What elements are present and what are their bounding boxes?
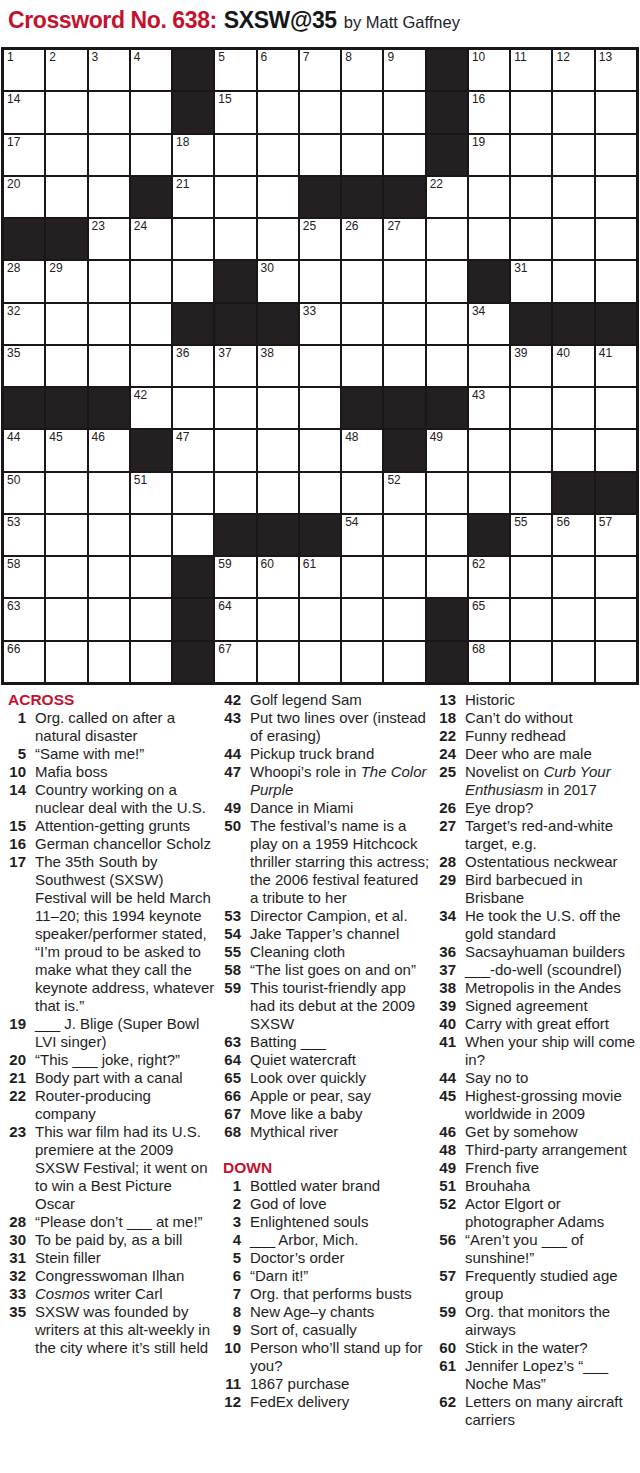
letter-cell[interactable]: 58 [4, 557, 44, 597]
letter-cell[interactable]: 50 [4, 473, 44, 513]
letter-cell[interactable]: 23 [89, 219, 129, 259]
clue-number: 18 [435, 709, 465, 727]
letter-cell[interactable] [511, 92, 551, 132]
letter-cell[interactable] [553, 388, 593, 428]
letter-cell[interactable] [469, 430, 509, 470]
cell-number: 37 [218, 347, 231, 360]
letter-cell[interactable] [469, 177, 509, 217]
letter-cell[interactable] [384, 135, 424, 175]
clue-number: 23 [5, 1123, 35, 1213]
letter-cell[interactable]: 28 [4, 261, 44, 301]
letter-cell[interactable] [384, 557, 424, 597]
clue-number: 6 [220, 1267, 250, 1285]
clue-number: 38 [435, 979, 465, 997]
letter-cell[interactable]: 45 [46, 430, 86, 470]
clue-text: FedEx delivery [250, 1393, 430, 1411]
letter-cell[interactable]: 33 [300, 304, 340, 344]
letter-cell[interactable] [511, 642, 551, 682]
letter-cell[interactable] [89, 473, 129, 513]
letter-cell[interactable] [89, 261, 129, 301]
cell-number: 33 [303, 305, 316, 318]
letter-cell[interactable]: 43 [469, 388, 509, 428]
letter-cell[interactable] [342, 473, 382, 513]
letter-cell[interactable]: 3 [89, 50, 129, 90]
black-cell [173, 50, 213, 90]
clue-number: 14 [5, 781, 35, 817]
title-byline: by Matt Gaffney [344, 13, 460, 32]
clue-number: 41 [435, 1033, 465, 1069]
letter-cell[interactable] [215, 177, 255, 217]
letter-cell[interactable] [511, 219, 551, 259]
letter-cell[interactable]: 4 [131, 50, 171, 90]
letter-cell[interactable] [46, 346, 86, 386]
across-clue: 16German chancellor Scholz [5, 835, 215, 853]
letter-cell[interactable] [215, 135, 255, 175]
title-series: Crossword No. 638: [8, 7, 217, 34]
letter-cell[interactable] [427, 219, 467, 259]
letter-cell[interactable] [469, 219, 509, 259]
letter-cell[interactable] [173, 473, 213, 513]
letter-cell[interactable]: 27 [384, 219, 424, 259]
letter-cell[interactable]: 1 [4, 50, 44, 90]
black-cell [427, 92, 467, 132]
letter-cell[interactable] [342, 599, 382, 639]
letter-cell[interactable] [511, 135, 551, 175]
black-cell [173, 92, 213, 132]
letter-cell[interactable] [553, 135, 593, 175]
letter-cell[interactable] [89, 304, 129, 344]
letter-cell[interactable] [300, 473, 340, 513]
across-clue: 14Country working on a nuclear deal with… [5, 781, 215, 817]
cell-number: 28 [7, 262, 20, 275]
letter-cell[interactable] [553, 177, 593, 217]
letter-cell[interactable] [46, 177, 86, 217]
letter-cell[interactable] [173, 515, 213, 555]
letter-cell[interactable] [131, 261, 171, 301]
letter-cell[interactable] [553, 92, 593, 132]
letter-cell[interactable]: 40 [553, 346, 593, 386]
letter-cell[interactable] [384, 346, 424, 386]
letter-cell[interactable]: 44 [4, 430, 44, 470]
letter-cell[interactable]: 39 [511, 346, 551, 386]
letter-cell[interactable]: 65 [469, 599, 509, 639]
cell-number: 47 [176, 431, 189, 444]
cell-number: 18 [176, 136, 189, 149]
letter-cell[interactable] [215, 430, 255, 470]
clue-number: 11 [220, 1375, 250, 1393]
clue-text: Highest-grossing movie worldwide in 2009 [465, 1087, 640, 1123]
cell-number: 23 [92, 220, 105, 233]
letter-cell[interactable]: 68 [469, 642, 509, 682]
clue-number: 3 [220, 1213, 250, 1231]
letter-cell[interactable] [89, 557, 129, 597]
letter-cell[interactable] [342, 304, 382, 344]
letter-cell[interactable] [384, 304, 424, 344]
letter-cell[interactable] [427, 346, 467, 386]
letter-cell[interactable] [131, 346, 171, 386]
cell-number: 54 [345, 516, 358, 529]
letter-cell[interactable] [427, 304, 467, 344]
letter-cell[interactable] [46, 599, 86, 639]
letter-cell[interactable]: 62 [469, 557, 509, 597]
across-clue: 20“This ___ joke, right?” [5, 1051, 215, 1069]
letter-cell[interactable] [553, 642, 593, 682]
clue-number: 64 [220, 1051, 250, 1069]
letter-cell[interactable] [173, 219, 213, 259]
letter-cell[interactable] [342, 642, 382, 682]
clue-text: ___ J. Blige (Super Bowl LVI singer) [35, 1015, 215, 1051]
down-clue: 1Bottled water brand [220, 1177, 430, 1195]
letter-cell[interactable] [46, 135, 86, 175]
cell-number: 48 [345, 431, 358, 444]
letter-cell[interactable]: 16 [469, 92, 509, 132]
letter-cell[interactable]: 26 [342, 219, 382, 259]
across-clue: 63Batting ___ [220, 1033, 430, 1051]
letter-cell[interactable]: 48 [342, 430, 382, 470]
letter-cell[interactable] [131, 92, 171, 132]
page-title: Crossword No. 638: SXSW@35 by Matt Gaffn… [8, 7, 460, 34]
letter-cell[interactable] [300, 388, 340, 428]
letter-cell[interactable]: 18 [173, 135, 213, 175]
letter-cell[interactable]: 24 [131, 219, 171, 259]
letter-cell[interactable] [258, 642, 298, 682]
letter-cell[interactable]: 36 [173, 346, 213, 386]
letter-cell[interactable] [258, 430, 298, 470]
letter-cell[interactable]: 67 [215, 642, 255, 682]
letter-cell[interactable] [89, 599, 129, 639]
down-clue: 13Historic [435, 691, 640, 709]
letter-cell[interactable]: 10 [469, 50, 509, 90]
letter-cell[interactable]: 22 [427, 177, 467, 217]
letter-cell[interactable]: 38 [258, 346, 298, 386]
down-clue: 28Ostentatious neckwear [435, 853, 640, 871]
letter-cell[interactable] [384, 599, 424, 639]
cell-number: 9 [387, 51, 394, 64]
letter-cell[interactable] [511, 177, 551, 217]
letter-cell[interactable] [427, 515, 467, 555]
clue-text: Apple or pear, say [250, 1087, 430, 1105]
clue-number: 53 [220, 907, 250, 925]
letter-cell[interactable]: 64 [215, 599, 255, 639]
letter-cell[interactable] [469, 473, 509, 513]
across-clue: 43Put two lines over (instead of erasing… [220, 709, 430, 745]
letter-cell[interactable]: 14 [4, 92, 44, 132]
black-cell [553, 304, 593, 344]
clue-text: New Age–y chants [250, 1303, 430, 1321]
letter-cell[interactable] [173, 388, 213, 428]
clue-text: SXSW was founded by writers at this alt-… [35, 1303, 215, 1357]
letter-cell[interactable] [46, 304, 86, 344]
letter-cell[interactable] [596, 557, 636, 597]
letter-cell[interactable] [511, 473, 551, 513]
letter-cell[interactable]: 5 [215, 50, 255, 90]
cell-number: 51 [134, 474, 147, 487]
clue-text: The festival’s name is a play on a 1959 … [250, 817, 430, 907]
letter-cell[interactable] [131, 515, 171, 555]
letter-cell[interactable] [300, 92, 340, 132]
cell-number: 5 [218, 51, 225, 64]
letter-cell[interactable]: 60 [258, 557, 298, 597]
letter-cell[interactable] [46, 642, 86, 682]
down-clue: 25Novelist on Curb Your Enthusiasm in 20… [435, 763, 640, 799]
letter-cell[interactable]: 30 [258, 261, 298, 301]
letter-cell[interactable] [258, 388, 298, 428]
black-cell [131, 177, 171, 217]
letter-cell[interactable] [342, 557, 382, 597]
letter-cell[interactable]: 21 [173, 177, 213, 217]
clue-text: This war film had its U.S. premiere at t… [35, 1123, 215, 1213]
letter-cell[interactable] [427, 261, 467, 301]
letter-cell[interactable]: 35 [4, 346, 44, 386]
black-cell [469, 515, 509, 555]
clue-number: 13 [435, 691, 465, 709]
clue-text: Director Campion, et al. [250, 907, 430, 925]
letter-cell[interactable] [89, 92, 129, 132]
letter-cell[interactable] [596, 261, 636, 301]
letter-cell[interactable] [215, 388, 255, 428]
clue-number: 65 [220, 1069, 250, 1087]
letter-cell[interactable] [511, 430, 551, 470]
cell-number: 52 [387, 474, 400, 487]
clue-text: Router-producing company [35, 1087, 215, 1123]
letter-cell[interactable]: 31 [511, 261, 551, 301]
cell-number: 56 [556, 516, 569, 529]
letter-cell[interactable] [553, 599, 593, 639]
letter-cell[interactable] [511, 557, 551, 597]
cell-number: 46 [92, 431, 105, 444]
letter-cell[interactable] [131, 135, 171, 175]
letter-cell[interactable]: 34 [469, 304, 509, 344]
letter-cell[interactable] [258, 473, 298, 513]
cell-number: 60 [261, 558, 274, 571]
letter-cell[interactable] [427, 473, 467, 513]
letter-cell[interactable] [173, 261, 213, 301]
down-clue: 7Org. that performs busts [220, 1285, 430, 1303]
clue-number: 22 [5, 1087, 35, 1123]
letter-cell[interactable] [596, 430, 636, 470]
down-clue: 22Funny redhead [435, 727, 640, 745]
letter-cell[interactable]: 63 [4, 599, 44, 639]
clue-text: Signed agreement [465, 997, 640, 1015]
letter-cell[interactable] [596, 177, 636, 217]
letter-cell[interactable] [342, 346, 382, 386]
black-cell [384, 388, 424, 428]
letter-cell[interactable]: 56 [553, 515, 593, 555]
letter-cell[interactable] [596, 135, 636, 175]
letter-cell[interactable] [46, 92, 86, 132]
across-clue: 33Cosmos writer Carl [5, 1285, 215, 1303]
cell-number: 53 [7, 516, 20, 529]
clue-number: 1 [5, 709, 35, 745]
letter-cell[interactable] [46, 473, 86, 513]
letter-cell[interactable]: 57 [596, 515, 636, 555]
letter-cell[interactable] [384, 92, 424, 132]
letter-cell[interactable] [553, 219, 593, 259]
letter-cell[interactable] [553, 261, 593, 301]
clue-text: To be paid by, as a bill [35, 1231, 215, 1249]
letter-cell[interactable] [300, 430, 340, 470]
letter-cell[interactable] [258, 92, 298, 132]
letter-cell[interactable] [215, 473, 255, 513]
letter-cell[interactable] [511, 388, 551, 428]
letter-cell[interactable]: 59 [215, 557, 255, 597]
down-clue: 46Get by somehow [435, 1123, 640, 1141]
clue-number: 68 [220, 1123, 250, 1141]
black-cell [427, 135, 467, 175]
letter-cell[interactable] [427, 557, 467, 597]
letter-cell[interactable] [596, 219, 636, 259]
clue-text: Person who’ll stand up for you? [250, 1339, 430, 1375]
letter-cell[interactable]: 51 [131, 473, 171, 513]
cell-number: 39 [514, 347, 527, 360]
clue-number: 35 [5, 1303, 35, 1357]
letter-cell[interactable] [596, 92, 636, 132]
down-clue: 6“Darn it!” [220, 1267, 430, 1285]
across-clue: 31Stein filler [5, 1249, 215, 1267]
letter-cell[interactable]: 66 [4, 642, 44, 682]
cell-number: 49 [430, 431, 443, 444]
letter-cell[interactable] [258, 177, 298, 217]
letter-cell[interactable] [131, 304, 171, 344]
across-clue: 5“Same with me!” [5, 745, 215, 763]
letter-cell[interactable] [89, 135, 129, 175]
letter-cell[interactable] [300, 642, 340, 682]
clue-text: Dance in Miami [250, 799, 430, 817]
across-clue: 47Whoopi’s role in The Color Purple [220, 763, 430, 799]
letter-cell[interactable]: 2 [46, 50, 86, 90]
letter-cell[interactable]: 29 [46, 261, 86, 301]
letter-cell[interactable] [258, 219, 298, 259]
letter-cell[interactable]: 37 [215, 346, 255, 386]
clue-text: Move like a baby [250, 1105, 430, 1123]
cell-number: 35 [7, 347, 20, 360]
letter-cell[interactable] [511, 599, 551, 639]
cell-number: 36 [176, 347, 189, 360]
letter-cell[interactable]: 19 [469, 135, 509, 175]
letter-cell[interactable]: 6 [258, 50, 298, 90]
cell-number: 62 [472, 558, 485, 571]
letter-cell[interactable]: 7 [300, 50, 340, 90]
letter-cell[interactable]: 32 [4, 304, 44, 344]
clue-text: Cosmos writer Carl [35, 1285, 215, 1303]
clue-number: 66 [220, 1087, 250, 1105]
clue-number: 32 [5, 1267, 35, 1285]
letter-cell[interactable] [300, 346, 340, 386]
across-clue: 54Jake Tapper’s channel [220, 925, 430, 943]
letter-cell[interactable]: 20 [4, 177, 44, 217]
cell-number: 10 [472, 51, 485, 64]
letter-cell[interactable] [89, 346, 129, 386]
letter-cell[interactable] [258, 599, 298, 639]
letter-cell[interactable] [300, 261, 340, 301]
letter-cell[interactable] [89, 177, 129, 217]
letter-cell[interactable] [89, 642, 129, 682]
clue-text: “This ___ joke, right?” [35, 1051, 215, 1069]
letter-cell[interactable]: 47 [173, 430, 213, 470]
letter-cell[interactable]: 46 [89, 430, 129, 470]
letter-cell[interactable] [258, 135, 298, 175]
black-cell [89, 388, 129, 428]
clue-text: Org. called on after a natural disaster [35, 709, 215, 745]
letter-cell[interactable] [384, 642, 424, 682]
black-cell [173, 557, 213, 597]
cell-number: 41 [599, 347, 612, 360]
letter-cell[interactable] [596, 642, 636, 682]
clue-text: “The list goes on and on” [250, 961, 430, 979]
cell-number: 59 [218, 558, 231, 571]
letter-cell[interactable]: 41 [596, 346, 636, 386]
letter-cell[interactable] [342, 261, 382, 301]
letter-cell[interactable] [342, 92, 382, 132]
clue-text: God of love [250, 1195, 430, 1213]
letter-cell[interactable]: 53 [4, 515, 44, 555]
letter-cell[interactable]: 49 [427, 430, 467, 470]
cell-number: 8 [345, 51, 352, 64]
letter-cell[interactable] [46, 515, 86, 555]
letter-cell[interactable] [89, 515, 129, 555]
letter-cell[interactable]: 42 [131, 388, 171, 428]
letter-cell[interactable] [553, 430, 593, 470]
clue-text: Jake Tapper’s channel [250, 925, 430, 943]
letter-cell[interactable]: 17 [4, 135, 44, 175]
letter-cell[interactable]: 54 [342, 515, 382, 555]
clues-column-3: 13Historic18Can’t do without22Funny redh… [430, 691, 640, 1429]
clue-text: Bottled water brand [250, 1177, 430, 1195]
across-clue: 55Cleaning cloth [220, 943, 430, 961]
clue-number: 40 [435, 1015, 465, 1033]
letter-cell[interactable]: 13 [596, 50, 636, 90]
letter-cell[interactable] [300, 135, 340, 175]
clue-text: Target’s red-and-white target, e.g. [465, 817, 640, 853]
letter-cell[interactable] [300, 599, 340, 639]
letter-cell[interactable] [131, 599, 171, 639]
letter-cell[interactable]: 61 [300, 557, 340, 597]
letter-cell[interactable]: 15 [215, 92, 255, 132]
clue-number: 26 [435, 799, 465, 817]
cell-number: 67 [218, 643, 231, 656]
letter-cell[interactable] [469, 346, 509, 386]
letter-cell[interactable]: 11 [511, 50, 551, 90]
letter-cell[interactable] [553, 557, 593, 597]
clue-number: 20 [5, 1051, 35, 1069]
letter-cell[interactable] [596, 388, 636, 428]
across-clue: 64Quiet watercraft [220, 1051, 430, 1069]
black-cell [215, 515, 255, 555]
clue-text: He took the U.S. off the gold standard [465, 907, 640, 943]
letter-cell[interactable] [596, 599, 636, 639]
clue-text: Say no to [465, 1069, 640, 1087]
letter-cell[interactable]: 52 [384, 473, 424, 513]
letter-cell[interactable]: 55 [511, 515, 551, 555]
letter-cell[interactable]: 9 [384, 50, 424, 90]
letter-cell[interactable]: 12 [553, 50, 593, 90]
letter-cell[interactable] [384, 261, 424, 301]
letter-cell[interactable] [215, 219, 255, 259]
cell-number: 31 [514, 262, 527, 275]
letter-cell[interactable] [342, 135, 382, 175]
letter-cell[interactable]: 25 [300, 219, 340, 259]
clue-text: Org. that monitors the airways [465, 1303, 640, 1339]
clue-number: 9 [220, 1321, 250, 1339]
letter-cell[interactable]: 8 [342, 50, 382, 90]
clue-number: 43 [220, 709, 250, 745]
letter-cell[interactable] [131, 642, 171, 682]
clue-text: Stein filler [35, 1249, 215, 1267]
letter-cell[interactable] [131, 557, 171, 597]
clue-number: 60 [435, 1339, 465, 1357]
letter-cell[interactable] [384, 515, 424, 555]
letter-cell[interactable] [46, 557, 86, 597]
